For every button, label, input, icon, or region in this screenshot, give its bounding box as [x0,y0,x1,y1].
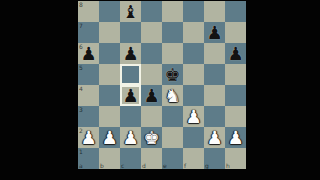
square-c4[interactable]: ♟ [120,85,141,106]
square-b8[interactable] [99,1,120,22]
square-b1[interactable]: b [99,148,120,169]
square-h4[interactable] [225,85,246,106]
square-f6[interactable] [183,43,204,64]
square-b4[interactable] [99,85,120,106]
chess-screenshot: 8♝7♟6♟♟♟5♚4♟♟♞3♟2♟♟♟♚♟♟1abcdefgh [0,0,320,180]
rank-label-1: 1 [79,149,83,155]
square-d8[interactable] [141,1,162,22]
square-a3[interactable]: 3 [78,106,99,127]
piece-white-pawn[interactable]: ♟ [204,127,225,148]
square-b3[interactable] [99,106,120,127]
piece-black-pawn[interactable]: ♟ [141,85,162,106]
chess-board: 8♝7♟6♟♟♟5♚4♟♟♞3♟2♟♟♟♚♟♟1abcdefgh [78,1,246,169]
square-d2[interactable]: ♚ [141,127,162,148]
square-c8[interactable]: ♝ [120,1,141,22]
square-f2[interactable] [183,127,204,148]
square-c7[interactable] [120,22,141,43]
rank-label-5: 5 [79,65,83,71]
rank-label-4: 4 [79,86,83,92]
piece-black-bishop[interactable]: ♝ [120,1,141,22]
file-label-b: b [100,163,104,169]
piece-black-king[interactable]: ♚ [162,64,183,85]
square-c6[interactable]: ♟ [120,43,141,64]
square-g3[interactable] [204,106,225,127]
piece-white-pawn[interactable]: ♟ [78,127,99,148]
square-e6[interactable] [162,43,183,64]
square-f4[interactable] [183,85,204,106]
square-a4[interactable]: 4 [78,85,99,106]
square-c2[interactable]: ♟ [120,127,141,148]
square-c3[interactable] [120,106,141,127]
piece-white-pawn[interactable]: ♟ [99,127,120,148]
square-d7[interactable] [141,22,162,43]
rank-label-7: 7 [79,23,83,29]
square-a1[interactable]: 1a [78,148,99,169]
square-d1[interactable]: d [141,148,162,169]
rank-label-3: 3 [79,107,83,113]
square-e4[interactable]: ♞ [162,85,183,106]
rank-label-8: 8 [79,2,83,8]
square-e1[interactable]: e [162,148,183,169]
piece-white-pawn[interactable]: ♟ [225,127,246,148]
square-h7[interactable] [225,22,246,43]
piece-white-king[interactable]: ♚ [141,127,162,148]
square-e7[interactable] [162,22,183,43]
square-a8[interactable]: 8 [78,1,99,22]
square-h5[interactable] [225,64,246,85]
square-e3[interactable] [162,106,183,127]
piece-white-knight[interactable]: ♞ [162,85,183,106]
square-h1[interactable]: h [225,148,246,169]
square-f7[interactable] [183,22,204,43]
file-label-c: c [121,163,124,169]
square-d3[interactable] [141,106,162,127]
square-h6[interactable]: ♟ [225,43,246,64]
square-g4[interactable] [204,85,225,106]
square-e5[interactable]: ♚ [162,64,183,85]
square-g5[interactable] [204,64,225,85]
square-d6[interactable] [141,43,162,64]
square-a6[interactable]: 6♟ [78,43,99,64]
square-c5[interactable] [120,64,141,85]
square-g1[interactable]: g [204,148,225,169]
square-b5[interactable] [99,64,120,85]
square-g2[interactable]: ♟ [204,127,225,148]
square-h3[interactable] [225,106,246,127]
piece-black-pawn[interactable]: ♟ [204,22,225,43]
file-label-g: g [205,163,209,169]
piece-white-pawn[interactable]: ♟ [183,106,204,127]
square-e8[interactable] [162,1,183,22]
square-g7[interactable]: ♟ [204,22,225,43]
square-g8[interactable] [204,1,225,22]
square-d4[interactable]: ♟ [141,85,162,106]
square-d5[interactable] [141,64,162,85]
file-label-f: f [184,163,186,169]
square-f1[interactable]: f [183,148,204,169]
square-b6[interactable] [99,43,120,64]
square-f5[interactable] [183,64,204,85]
file-label-a: a [79,163,83,169]
square-g6[interactable] [204,43,225,64]
file-label-h: h [226,163,230,169]
file-label-e: e [163,163,167,169]
square-h8[interactable] [225,1,246,22]
square-a2[interactable]: 2♟ [78,127,99,148]
piece-black-pawn[interactable]: ♟ [120,85,141,106]
square-a7[interactable]: 7 [78,22,99,43]
square-b7[interactable] [99,22,120,43]
square-c1[interactable]: c [120,148,141,169]
square-b2[interactable]: ♟ [99,127,120,148]
piece-white-pawn[interactable]: ♟ [120,127,141,148]
square-a5[interactable]: 5 [78,64,99,85]
piece-black-pawn[interactable]: ♟ [120,43,141,64]
square-f3[interactable]: ♟ [183,106,204,127]
piece-black-pawn[interactable]: ♟ [225,43,246,64]
piece-black-pawn[interactable]: ♟ [78,43,99,64]
file-label-d: d [142,163,146,169]
square-h2[interactable]: ♟ [225,127,246,148]
square-f8[interactable] [183,1,204,22]
square-e2[interactable] [162,127,183,148]
